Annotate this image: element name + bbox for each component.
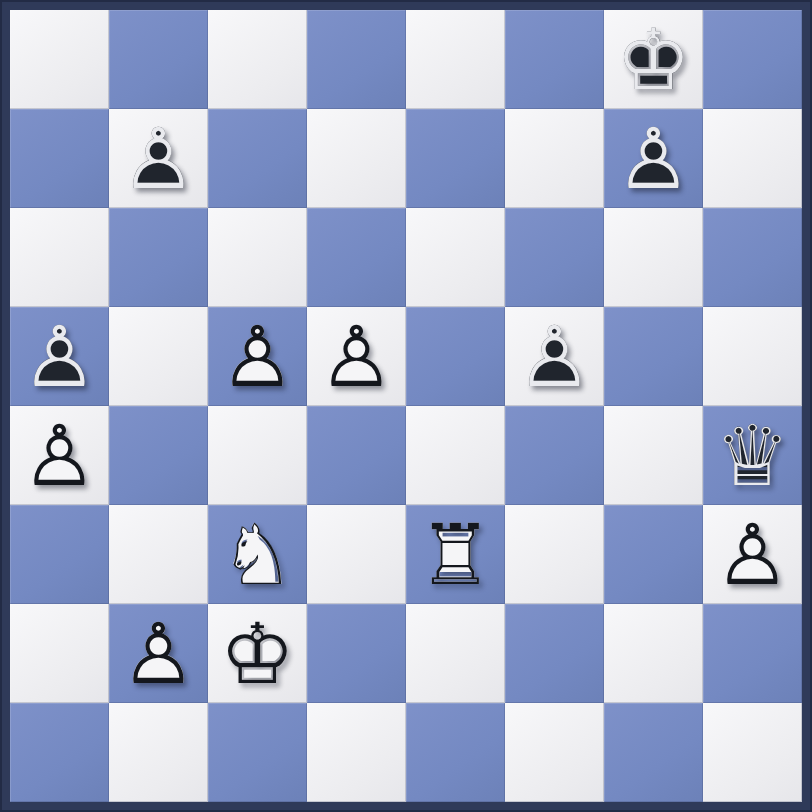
white-pawn[interactable]: ♟♙ — [307, 307, 406, 406]
square-c7[interactable] — [208, 109, 307, 208]
white-pawn[interactable]: ♟♙ — [109, 604, 208, 703]
square-f3[interactable] — [505, 505, 604, 604]
square-h6[interactable] — [703, 208, 802, 307]
square-g4[interactable] — [604, 406, 703, 505]
square-c8[interactable] — [208, 10, 307, 109]
black-pawn-outline: ♙ — [22, 315, 97, 399]
square-f4[interactable] — [505, 406, 604, 505]
square-f5[interactable]: ♟♙ — [505, 307, 604, 406]
square-e8[interactable] — [406, 10, 505, 109]
square-d4[interactable] — [307, 406, 406, 505]
board-frame: ♚♔♟♙♟♙♟♙♟♙♟♙♟♙♟♙♛♕♞♘♜♖♟♙♟♙♚♔ — [0, 0, 812, 812]
square-a5[interactable]: ♟♙ — [10, 307, 109, 406]
square-a7[interactable] — [10, 109, 109, 208]
black-pawn[interactable]: ♟♙ — [604, 109, 703, 208]
white-king-outline: ♔ — [220, 612, 295, 696]
white-pawn[interactable]: ♟♙ — [10, 406, 109, 505]
square-b1[interactable] — [109, 703, 208, 802]
square-g8[interactable]: ♚♔ — [604, 10, 703, 109]
white-pawn-outline: ♙ — [319, 315, 394, 399]
square-e3[interactable]: ♜♖ — [406, 505, 505, 604]
square-g3[interactable] — [604, 505, 703, 604]
square-e1[interactable] — [406, 703, 505, 802]
square-h7[interactable] — [703, 109, 802, 208]
square-f6[interactable] — [505, 208, 604, 307]
square-a4[interactable]: ♟♙ — [10, 406, 109, 505]
black-queen[interactable]: ♛♕ — [703, 406, 802, 505]
black-pawn[interactable]: ♟♙ — [505, 307, 604, 406]
square-e4[interactable] — [406, 406, 505, 505]
black-pawn[interactable]: ♟♙ — [109, 109, 208, 208]
square-f7[interactable] — [505, 109, 604, 208]
square-c5[interactable]: ♟♙ — [208, 307, 307, 406]
white-pawn-outline: ♙ — [220, 315, 295, 399]
square-b5[interactable] — [109, 307, 208, 406]
square-g6[interactable] — [604, 208, 703, 307]
square-g7[interactable]: ♟♙ — [604, 109, 703, 208]
square-b8[interactable] — [109, 10, 208, 109]
square-a1[interactable] — [10, 703, 109, 802]
square-b7[interactable]: ♟♙ — [109, 109, 208, 208]
square-e6[interactable] — [406, 208, 505, 307]
square-e2[interactable] — [406, 604, 505, 703]
square-a8[interactable] — [10, 10, 109, 109]
square-h4[interactable]: ♛♕ — [703, 406, 802, 505]
square-h1[interactable] — [703, 703, 802, 802]
square-e5[interactable] — [406, 307, 505, 406]
square-b2[interactable]: ♟♙ — [109, 604, 208, 703]
square-d8[interactable] — [307, 10, 406, 109]
square-h5[interactable] — [703, 307, 802, 406]
black-pawn[interactable]: ♟♙ — [10, 307, 109, 406]
board-border: ♚♔♟♙♟♙♟♙♟♙♟♙♟♙♟♙♛♕♞♘♜♖♟♙♟♙♚♔ — [2, 2, 810, 810]
square-a2[interactable] — [10, 604, 109, 703]
square-d7[interactable] — [307, 109, 406, 208]
square-g1[interactable] — [604, 703, 703, 802]
square-h2[interactable] — [703, 604, 802, 703]
square-d1[interactable] — [307, 703, 406, 802]
square-d5[interactable]: ♟♙ — [307, 307, 406, 406]
white-pawn-outline: ♙ — [715, 513, 790, 597]
square-b6[interactable] — [109, 208, 208, 307]
chess-board: ♚♔♟♙♟♙♟♙♟♙♟♙♟♙♟♙♛♕♞♘♜♖♟♙♟♙♚♔ — [10, 10, 802, 802]
square-a3[interactable] — [10, 505, 109, 604]
black-king-outline: ♔ — [616, 18, 691, 102]
square-e7[interactable] — [406, 109, 505, 208]
square-c3[interactable]: ♞♘ — [208, 505, 307, 604]
square-c2[interactable]: ♚♔ — [208, 604, 307, 703]
white-king[interactable]: ♚♔ — [208, 604, 307, 703]
white-knight-outline: ♘ — [220, 513, 295, 597]
square-c6[interactable] — [208, 208, 307, 307]
square-c1[interactable] — [208, 703, 307, 802]
square-b4[interactable] — [109, 406, 208, 505]
square-g5[interactable] — [604, 307, 703, 406]
white-pawn[interactable]: ♟♙ — [703, 505, 802, 604]
black-queen-outline: ♕ — [715, 414, 790, 498]
white-rook[interactable]: ♜♖ — [406, 505, 505, 604]
square-f1[interactable] — [505, 703, 604, 802]
white-knight[interactable]: ♞♘ — [208, 505, 307, 604]
white-pawn[interactable]: ♟♙ — [208, 307, 307, 406]
white-pawn-outline: ♙ — [121, 612, 196, 696]
square-h3[interactable]: ♟♙ — [703, 505, 802, 604]
square-a6[interactable] — [10, 208, 109, 307]
black-pawn-outline: ♙ — [517, 315, 592, 399]
square-d2[interactable] — [307, 604, 406, 703]
black-king[interactable]: ♚♔ — [604, 10, 703, 109]
square-h8[interactable] — [703, 10, 802, 109]
white-pawn-outline: ♙ — [22, 414, 97, 498]
square-c4[interactable] — [208, 406, 307, 505]
black-pawn-outline: ♙ — [616, 117, 691, 201]
black-pawn-outline: ♙ — [121, 117, 196, 201]
square-d3[interactable] — [307, 505, 406, 604]
square-f2[interactable] — [505, 604, 604, 703]
square-d6[interactable] — [307, 208, 406, 307]
square-b3[interactable] — [109, 505, 208, 604]
square-f8[interactable] — [505, 10, 604, 109]
square-g2[interactable] — [604, 604, 703, 703]
white-rook-outline: ♖ — [418, 513, 493, 597]
